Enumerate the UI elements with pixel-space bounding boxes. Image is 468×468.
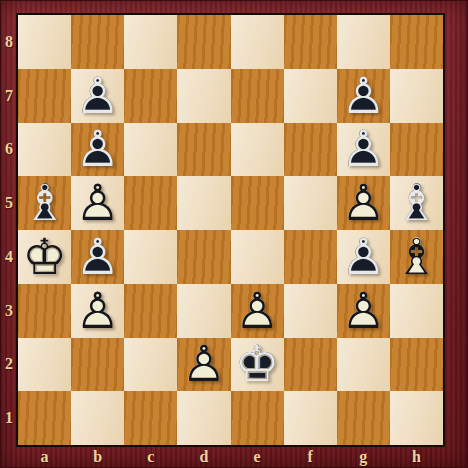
black-pawn[interactable]: ♟♙ [337, 69, 390, 123]
square-d4[interactable] [177, 230, 230, 284]
square-h4[interactable]: ♝♗ [390, 230, 443, 284]
black-pawn-outline-icon: ♙ [71, 123, 124, 177]
file-label-d: d [177, 445, 230, 468]
square-b7[interactable]: ♟♙ [71, 69, 124, 123]
square-a2[interactable] [18, 338, 71, 392]
square-b2[interactable] [71, 338, 124, 392]
square-b3[interactable]: ♟♙ [71, 284, 124, 338]
square-e6[interactable] [231, 123, 284, 177]
square-a4[interactable]: ♚♔ [18, 230, 71, 284]
black-bishop-outline-icon: ♗ [18, 176, 71, 230]
black-bishop-outline-icon: ♗ [390, 176, 443, 230]
square-h8[interactable] [390, 15, 443, 69]
square-g5[interactable]: ♟♙ [337, 176, 390, 230]
rank-label-7: 7 [0, 69, 18, 123]
white-king-outline-icon: ♔ [18, 230, 71, 284]
square-f5[interactable] [284, 176, 337, 230]
square-g6[interactable]: ♟♙ [337, 123, 390, 177]
square-a6[interactable] [18, 123, 71, 177]
square-g3[interactable]: ♟♙ [337, 284, 390, 338]
white-bishop-outline-icon: ♗ [390, 230, 443, 284]
square-a3[interactable] [18, 284, 71, 338]
square-g2[interactable] [337, 338, 390, 392]
rank-label-2: 2 [0, 338, 18, 392]
white-king[interactable]: ♚♔ [18, 230, 71, 284]
square-h3[interactable] [390, 284, 443, 338]
square-c2[interactable] [124, 338, 177, 392]
black-pawn-outline-icon: ♙ [71, 69, 124, 123]
square-g7[interactable]: ♟♙ [337, 69, 390, 123]
black-pawn[interactable]: ♟♙ [337, 230, 390, 284]
rank-label-6: 6 [0, 123, 18, 177]
white-pawn[interactable]: ♟♙ [177, 338, 230, 392]
square-h6[interactable] [390, 123, 443, 177]
square-e5[interactable] [231, 176, 284, 230]
square-e3[interactable]: ♟♙ [231, 284, 284, 338]
square-c5[interactable] [124, 176, 177, 230]
white-pawn[interactable]: ♟♙ [337, 176, 390, 230]
square-h5[interactable]: ♝♗ [390, 176, 443, 230]
square-a1[interactable] [18, 391, 71, 445]
rank-label-1: 1 [0, 391, 18, 445]
square-b6[interactable]: ♟♙ [71, 123, 124, 177]
white-pawn[interactable]: ♟♙ [231, 284, 284, 338]
square-e8[interactable] [231, 15, 284, 69]
black-pawn[interactable]: ♟♙ [71, 230, 124, 284]
white-pawn-outline-icon: ♙ [71, 284, 124, 338]
black-pawn[interactable]: ♟♙ [71, 69, 124, 123]
file-label-h: h [390, 445, 443, 468]
square-c7[interactable] [124, 69, 177, 123]
square-d3[interactable] [177, 284, 230, 338]
square-d7[interactable] [177, 69, 230, 123]
white-pawn[interactable]: ♟♙ [337, 284, 390, 338]
square-f4[interactable] [284, 230, 337, 284]
white-pawn-outline-icon: ♙ [231, 284, 284, 338]
file-label-b: b [71, 445, 124, 468]
square-a8[interactable] [18, 15, 71, 69]
square-c1[interactable] [124, 391, 177, 445]
square-e7[interactable] [231, 69, 284, 123]
rank-label-8: 8 [0, 15, 18, 69]
square-d1[interactable] [177, 391, 230, 445]
square-h7[interactable] [390, 69, 443, 123]
square-c8[interactable] [124, 15, 177, 69]
square-f2[interactable] [284, 338, 337, 392]
square-g8[interactable] [337, 15, 390, 69]
rank-label-3: 3 [0, 284, 18, 338]
file-label-g: g [337, 445, 390, 468]
rank-label-4: 4 [0, 230, 18, 284]
square-e2[interactable]: ♚♔ [231, 338, 284, 392]
white-pawn-outline-icon: ♙ [71, 176, 124, 230]
white-pawn[interactable]: ♟♙ [71, 284, 124, 338]
square-f7[interactable] [284, 69, 337, 123]
black-bishop[interactable]: ♝♗ [18, 176, 71, 230]
square-c6[interactable] [124, 123, 177, 177]
black-pawn-outline-icon: ♙ [337, 69, 390, 123]
square-a5[interactable]: ♝♗ [18, 176, 71, 230]
square-f8[interactable] [284, 15, 337, 69]
black-king[interactable]: ♚♔ [231, 338, 284, 392]
rank-label-5: 5 [0, 176, 18, 230]
black-pawn-outline-icon: ♙ [337, 123, 390, 177]
square-e1[interactable] [231, 391, 284, 445]
square-d6[interactable] [177, 123, 230, 177]
white-pawn-outline-icon: ♙ [177, 338, 230, 392]
white-pawn-outline-icon: ♙ [337, 176, 390, 230]
square-b5[interactable]: ♟♙ [71, 176, 124, 230]
black-pawn[interactable]: ♟♙ [337, 123, 390, 177]
square-f1[interactable] [284, 391, 337, 445]
square-h2[interactable] [390, 338, 443, 392]
square-b1[interactable] [71, 391, 124, 445]
square-c3[interactable] [124, 284, 177, 338]
square-f6[interactable] [284, 123, 337, 177]
white-bishop[interactable]: ♝♗ [390, 230, 443, 284]
black-pawn-outline-icon: ♙ [337, 230, 390, 284]
black-king-outline-icon: ♔ [231, 338, 284, 392]
square-b4[interactable]: ♟♙ [71, 230, 124, 284]
square-d2[interactable]: ♟♙ [177, 338, 230, 392]
black-pawn[interactable]: ♟♙ [71, 123, 124, 177]
square-g1[interactable] [337, 391, 390, 445]
black-pawn-outline-icon: ♙ [71, 230, 124, 284]
chess-board: ♟♙♟♙♟♙♟♙♝♗♟♙♟♙♝♗♚♔♟♙♟♙♝♗♟♙♟♙♟♙♟♙♚♔ [18, 15, 443, 445]
file-label-e: e [231, 445, 284, 468]
square-f3[interactable] [284, 284, 337, 338]
square-a7[interactable] [18, 69, 71, 123]
file-label-f: f [284, 445, 337, 468]
white-pawn[interactable]: ♟♙ [71, 176, 124, 230]
black-bishop[interactable]: ♝♗ [390, 176, 443, 230]
file-label-a: a [18, 445, 71, 468]
square-g4[interactable]: ♟♙ [337, 230, 390, 284]
square-e4[interactable] [231, 230, 284, 284]
square-d5[interactable] [177, 176, 230, 230]
square-c4[interactable] [124, 230, 177, 284]
file-label-c: c [124, 445, 177, 468]
white-pawn-outline-icon: ♙ [337, 284, 390, 338]
square-d8[interactable] [177, 15, 230, 69]
square-b8[interactable] [71, 15, 124, 69]
chess-board-frame: ♟♙♟♙♟♙♟♙♝♗♟♙♟♙♝♗♚♔♟♙♟♙♝♗♟♙♟♙♟♙♟♙♚♔ 87654… [0, 0, 468, 468]
square-h1[interactable] [390, 391, 443, 445]
